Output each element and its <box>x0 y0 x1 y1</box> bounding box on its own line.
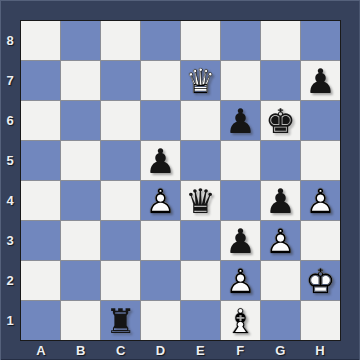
square-f7[interactable] <box>221 61 260 100</box>
white-pawn-icon[interactable]: ♟♙ <box>221 261 260 300</box>
square-b7[interactable] <box>61 61 100 100</box>
square-g5[interactable] <box>261 141 300 180</box>
square-e1[interactable] <box>181 301 220 340</box>
piece-outline-glyph: ♙ <box>301 181 340 220</box>
file-label-g: G <box>260 341 300 359</box>
square-g7[interactable] <box>261 61 300 100</box>
square-g6[interactable]: ♚ <box>261 101 300 140</box>
file-label-b: B <box>61 341 101 359</box>
file-label-c: C <box>101 341 141 359</box>
file-label-h: H <box>300 341 340 359</box>
rank-label-5: 5 <box>0 141 20 181</box>
square-h2[interactable]: ♚♔ <box>301 261 340 300</box>
piece-fill-glyph: ♟ <box>221 101 260 140</box>
square-e7[interactable]: ♛♕ <box>181 61 220 100</box>
piece-outline-glyph: ♙ <box>261 221 300 260</box>
square-d3[interactable] <box>141 221 180 260</box>
square-f4[interactable] <box>221 181 260 220</box>
black-pawn-icon[interactable]: ♟ <box>141 141 180 180</box>
square-e8[interactable] <box>181 21 220 60</box>
square-e5[interactable] <box>181 141 220 180</box>
square-c1[interactable]: ♜ <box>101 301 140 340</box>
piece-fill-glyph: ♟ <box>141 141 180 180</box>
black-pawn-icon[interactable]: ♟ <box>301 61 340 100</box>
black-pawn-icon[interactable]: ♟ <box>221 221 260 260</box>
rank-label-3: 3 <box>0 220 20 260</box>
chess-board: ♛♕♟♟♚♟♟♙♛♟♟♙♟♟♙♟♙♚♔♜♝♗ <box>20 20 341 341</box>
square-a3[interactable] <box>21 221 60 260</box>
square-h1[interactable] <box>301 301 340 340</box>
square-d7[interactable] <box>141 61 180 100</box>
piece-fill-glyph: ♟ <box>261 181 300 220</box>
square-h4[interactable]: ♟♙ <box>301 181 340 220</box>
square-h8[interactable] <box>301 21 340 60</box>
black-queen-icon[interactable]: ♛ <box>181 181 220 220</box>
square-e4[interactable]: ♛ <box>181 181 220 220</box>
square-f3[interactable]: ♟ <box>221 221 260 260</box>
square-b8[interactable] <box>61 21 100 60</box>
square-c5[interactable] <box>101 141 140 180</box>
square-e3[interactable] <box>181 221 220 260</box>
square-a6[interactable] <box>21 101 60 140</box>
white-king-icon[interactable]: ♚♔ <box>301 261 340 300</box>
square-d8[interactable] <box>141 21 180 60</box>
rank-label-6: 6 <box>0 101 20 141</box>
square-d1[interactable] <box>141 301 180 340</box>
chess-board-frame: 87654321 ♛♕♟♟♚♟♟♙♛♟♟♙♟♟♙♟♙♚♔♜♝♗ ABCDEFGH <box>0 0 360 360</box>
square-g4[interactable]: ♟ <box>261 181 300 220</box>
piece-outline-glyph: ♔ <box>301 261 340 300</box>
square-c4[interactable] <box>101 181 140 220</box>
piece-outline-glyph: ♕ <box>181 61 220 100</box>
rank-label-1: 1 <box>0 300 20 340</box>
black-pawn-icon[interactable]: ♟ <box>221 101 260 140</box>
square-h5[interactable] <box>301 141 340 180</box>
square-b3[interactable] <box>61 221 100 260</box>
rank-label-2: 2 <box>0 260 20 300</box>
piece-fill-glyph: ♟ <box>301 61 340 100</box>
square-c8[interactable] <box>101 21 140 60</box>
file-label-d: D <box>141 341 181 359</box>
square-b6[interactable] <box>61 101 100 140</box>
square-b2[interactable] <box>61 261 100 300</box>
square-a7[interactable] <box>21 61 60 100</box>
black-rook-icon[interactable]: ♜ <box>101 301 140 340</box>
square-b1[interactable] <box>61 301 100 340</box>
black-king-icon[interactable]: ♚ <box>261 101 300 140</box>
square-d2[interactable] <box>141 261 180 300</box>
white-pawn-icon[interactable]: ♟♙ <box>301 181 340 220</box>
square-a1[interactable] <box>21 301 60 340</box>
piece-fill-glyph: ♟ <box>221 221 260 260</box>
piece-outline-glyph: ♗ <box>221 301 260 340</box>
rank-label-7: 7 <box>0 61 20 101</box>
file-label-e: E <box>181 341 221 359</box>
black-pawn-icon[interactable]: ♟ <box>261 181 300 220</box>
square-f5[interactable] <box>221 141 260 180</box>
file-label-f: F <box>220 341 260 359</box>
square-h3[interactable] <box>301 221 340 260</box>
file-labels: ABCDEFGH <box>21 341 340 359</box>
square-d6[interactable] <box>141 101 180 140</box>
square-f8[interactable] <box>221 21 260 60</box>
white-bishop-icon[interactable]: ♝♗ <box>221 301 260 340</box>
square-g3[interactable]: ♟♙ <box>261 221 300 260</box>
white-queen-icon[interactable]: ♛♕ <box>181 61 220 100</box>
square-f6[interactable]: ♟ <box>221 101 260 140</box>
square-d5[interactable]: ♟ <box>141 141 180 180</box>
file-label-a: A <box>21 341 61 359</box>
square-c3[interactable] <box>101 221 140 260</box>
square-a5[interactable] <box>21 141 60 180</box>
white-pawn-icon[interactable]: ♟♙ <box>261 221 300 260</box>
piece-fill-glyph: ♚ <box>261 101 300 140</box>
square-e2[interactable] <box>181 261 220 300</box>
square-e6[interactable] <box>181 101 220 140</box>
square-c2[interactable] <box>101 261 140 300</box>
square-a4[interactable] <box>21 181 60 220</box>
piece-fill-glyph: ♛ <box>181 181 220 220</box>
square-c7[interactable] <box>101 61 140 100</box>
square-a8[interactable] <box>21 21 60 60</box>
square-a2[interactable] <box>21 261 60 300</box>
piece-outline-glyph: ♙ <box>141 181 180 220</box>
piece-outline-glyph: ♙ <box>221 261 260 300</box>
square-b5[interactable] <box>61 141 100 180</box>
rank-label-4: 4 <box>0 181 20 221</box>
square-g2[interactable] <box>261 261 300 300</box>
square-f1[interactable]: ♝♗ <box>221 301 260 340</box>
rank-label-8: 8 <box>0 21 20 61</box>
rank-labels: 87654321 <box>0 21 20 340</box>
square-f2[interactable]: ♟♙ <box>221 261 260 300</box>
square-h7[interactable]: ♟ <box>301 61 340 100</box>
square-g8[interactable] <box>261 21 300 60</box>
square-c6[interactable] <box>101 101 140 140</box>
white-pawn-icon[interactable]: ♟♙ <box>141 181 180 220</box>
piece-fill-glyph: ♜ <box>101 301 140 340</box>
square-b4[interactable] <box>61 181 100 220</box>
square-g1[interactable] <box>261 301 300 340</box>
square-h6[interactable] <box>301 101 340 140</box>
square-d4[interactable]: ♟♙ <box>141 181 180 220</box>
